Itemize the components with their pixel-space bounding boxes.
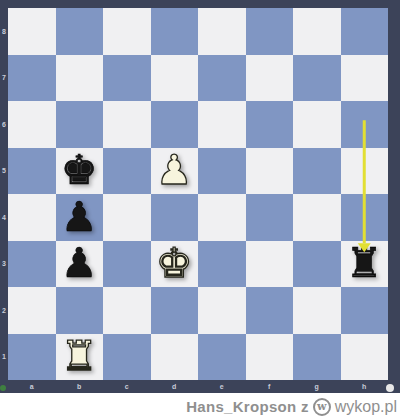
file-label-f: f (246, 380, 294, 393)
rank-label-8: 8 (0, 8, 8, 55)
file-label-a: a (8, 380, 56, 393)
square-e8[interactable] (198, 8, 246, 55)
square-e3[interactable] (198, 241, 246, 288)
rank-label-7: 7 (0, 55, 8, 102)
square-g1[interactable] (293, 334, 341, 381)
square-a4[interactable] (8, 194, 56, 241)
square-h4[interactable] (341, 194, 389, 241)
piece-white-rook-b1[interactable]: ♜ (61, 336, 98, 377)
square-h7[interactable] (341, 55, 389, 102)
square-f1[interactable] (246, 334, 294, 381)
square-c1[interactable] (103, 334, 151, 381)
square-b4[interactable]: ♟ (56, 194, 104, 241)
square-b7[interactable] (56, 55, 104, 102)
author-text: Hans_Kropson z (186, 398, 309, 415)
rank-label-6: 6 (0, 101, 8, 148)
piece-black-rook-h3[interactable]: ♜ (346, 243, 383, 284)
rank-label-1: 1 (0, 334, 8, 381)
file-label-d: d (151, 380, 199, 393)
square-f7[interactable] (246, 55, 294, 102)
corner-green-dot (0, 385, 6, 391)
square-g3[interactable] (293, 241, 341, 288)
square-g2[interactable] (293, 287, 341, 334)
square-g5[interactable] (293, 148, 341, 195)
screenshot: ♚♟♟♟♚♜♜ 87654321 abcdefgh Hans_Kropson z… (0, 0, 400, 420)
rank-label-3: 3 (0, 241, 8, 288)
rank-label-5: 5 (0, 148, 8, 195)
square-g4[interactable] (293, 194, 341, 241)
square-a6[interactable] (8, 101, 56, 148)
square-h6[interactable] (341, 101, 389, 148)
piece-black-pawn-b3[interactable]: ♟ (61, 243, 98, 284)
square-g7[interactable] (293, 55, 341, 102)
chess-board-frame: ♚♟♟♟♚♜♜ 87654321 abcdefgh (0, 0, 400, 393)
square-d2[interactable] (151, 287, 199, 334)
file-label-g: g (293, 380, 341, 393)
square-b5[interactable]: ♚ (56, 148, 104, 195)
square-h2[interactable] (341, 287, 389, 334)
square-f6[interactable] (246, 101, 294, 148)
square-b6[interactable] (56, 101, 104, 148)
square-c5[interactable] (103, 148, 151, 195)
square-f3[interactable] (246, 241, 294, 288)
file-label-e: e (198, 380, 246, 393)
square-e1[interactable] (198, 334, 246, 381)
square-g8[interactable] (293, 8, 341, 55)
piece-black-pawn-b4[interactable]: ♟ (61, 197, 98, 238)
square-f5[interactable] (246, 148, 294, 195)
square-a2[interactable] (8, 287, 56, 334)
square-a3[interactable] (8, 241, 56, 288)
rank-labels: 87654321 (0, 8, 8, 380)
file-label-b: b (56, 380, 104, 393)
square-e2[interactable] (198, 287, 246, 334)
caption-bar: Hans_Kropson z w wykop.pl (0, 393, 400, 420)
wykop-logo-icon[interactable]: w (313, 398, 331, 416)
square-d8[interactable] (151, 8, 199, 55)
square-c3[interactable] (103, 241, 151, 288)
square-d1[interactable] (151, 334, 199, 381)
rank-label-4: 4 (0, 194, 8, 241)
square-h1[interactable] (341, 334, 389, 381)
piece-black-king-b5[interactable]: ♚ (61, 150, 98, 191)
square-h3[interactable]: ♜ (341, 241, 389, 288)
square-c2[interactable] (103, 287, 151, 334)
square-a7[interactable] (8, 55, 56, 102)
square-b8[interactable] (56, 8, 104, 55)
square-e6[interactable] (198, 101, 246, 148)
square-d7[interactable] (151, 55, 199, 102)
piece-white-king-d3[interactable]: ♚ (156, 243, 193, 284)
square-b2[interactable] (56, 287, 104, 334)
square-a1[interactable] (8, 334, 56, 381)
square-c4[interactable] (103, 194, 151, 241)
square-c8[interactable] (103, 8, 151, 55)
square-e7[interactable] (198, 55, 246, 102)
square-d3[interactable]: ♚ (151, 241, 199, 288)
file-label-h: h (341, 380, 389, 393)
square-g6[interactable] (293, 101, 341, 148)
chess-board[interactable]: ♚♟♟♟♚♜♜ (8, 8, 388, 380)
square-f8[interactable] (246, 8, 294, 55)
file-labels: abcdefgh (8, 380, 388, 393)
square-h8[interactable] (341, 8, 389, 55)
square-d5[interactable]: ♟ (151, 148, 199, 195)
piece-white-pawn-d5[interactable]: ♟ (156, 150, 193, 191)
square-e5[interactable] (198, 148, 246, 195)
square-e4[interactable] (198, 194, 246, 241)
square-h5[interactable] (341, 148, 389, 195)
brand-link[interactable]: wykop.pl (335, 398, 397, 416)
square-d4[interactable] (151, 194, 199, 241)
square-f2[interactable] (246, 287, 294, 334)
square-b1[interactable]: ♜ (56, 334, 104, 381)
white-to-move-indicator (386, 384, 394, 392)
square-f4[interactable] (246, 194, 294, 241)
square-c7[interactable] (103, 55, 151, 102)
square-a5[interactable] (8, 148, 56, 195)
square-d6[interactable] (151, 101, 199, 148)
square-c6[interactable] (103, 101, 151, 148)
square-b3[interactable]: ♟ (56, 241, 104, 288)
square-a8[interactable] (8, 8, 56, 55)
rank-label-2: 2 (0, 287, 8, 334)
file-label-c: c (103, 380, 151, 393)
